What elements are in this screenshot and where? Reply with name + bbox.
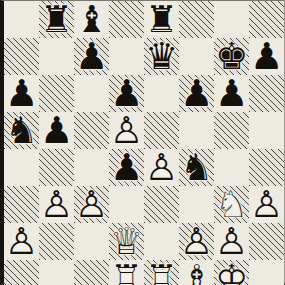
square-b2[interactable] [39, 223, 74, 260]
black-queen-icon: ♛ [145, 38, 178, 75]
square-h4[interactable] [249, 149, 284, 186]
square-g1[interactable]: ♚♔ [214, 260, 249, 285]
square-e3[interactable] [144, 186, 179, 223]
square-d1[interactable]: ♜♖ [109, 260, 144, 285]
square-b1[interactable] [39, 260, 74, 285]
black-pawn-icon: ♟ [250, 38, 283, 75]
square-a7[interactable] [4, 38, 39, 75]
square-e4[interactable]: ♟♙ [144, 149, 179, 186]
square-d2[interactable]: ♛♕ [109, 223, 144, 260]
square-f8[interactable] [179, 1, 214, 38]
black-rook-icon: ♜ [40, 1, 73, 38]
square-f7[interactable] [179, 38, 214, 75]
square-a1[interactable] [4, 260, 39, 285]
white-pawn-icon: ♟♙ [5, 223, 38, 260]
square-f4[interactable]: ♞ [179, 149, 214, 186]
square-c3[interactable]: ♟♙ [74, 186, 109, 223]
square-c7[interactable]: ♟ [74, 38, 109, 75]
square-h3[interactable]: ♟♙ [249, 186, 284, 223]
square-h5[interactable] [249, 112, 284, 149]
square-g7[interactable]: ♚ [214, 38, 249, 75]
square-f6[interactable]: ♟ [179, 75, 214, 112]
white-queen-icon: ♛♕ [110, 223, 143, 260]
white-pawn-icon: ♟♙ [145, 149, 178, 186]
black-king-icon: ♚ [215, 38, 248, 75]
square-c8[interactable]: ♝ [74, 1, 109, 38]
black-pawn-icon: ♟ [75, 38, 108, 75]
square-b8[interactable]: ♜ [39, 1, 74, 38]
white-pawn-icon: ♟♙ [40, 186, 73, 223]
square-b3[interactable]: ♟♙ [39, 186, 74, 223]
square-e1[interactable]: ♜♖ [144, 260, 179, 285]
chess-board: ♜♝♜♟♛♚♟♟♟♟♟♞♟♟♙♟♟♙♞♟♙♟♙♞♘♟♙♟♙♛♕♟♙♟♙♜♖♜♖♝… [0, 0, 285, 285]
square-c1[interactable] [74, 260, 109, 285]
black-pawn-icon: ♟ [40, 112, 73, 149]
square-a3[interactable] [4, 186, 39, 223]
square-g8[interactable] [214, 1, 249, 38]
square-b6[interactable] [39, 75, 74, 112]
square-g5[interactable] [214, 112, 249, 149]
square-d3[interactable] [109, 186, 144, 223]
square-d5[interactable]: ♟♙ [109, 112, 144, 149]
white-bishop-icon: ♝♗ [180, 260, 213, 285]
black-rook-icon: ♜ [145, 1, 178, 38]
white-pawn-icon: ♟♙ [250, 186, 283, 223]
square-b7[interactable] [39, 38, 74, 75]
square-f5[interactable] [179, 112, 214, 149]
square-c2[interactable] [74, 223, 109, 260]
black-knight-icon: ♞ [5, 112, 38, 149]
square-a6[interactable]: ♟ [4, 75, 39, 112]
square-a2[interactable]: ♟♙ [4, 223, 39, 260]
black-knight-icon: ♞ [180, 149, 213, 186]
white-knight-icon: ♞♘ [215, 186, 248, 223]
square-g4[interactable] [214, 149, 249, 186]
square-e2[interactable] [144, 223, 179, 260]
black-pawn-icon: ♟ [5, 75, 38, 112]
square-a8[interactable] [4, 1, 39, 38]
white-pawn-icon: ♟♙ [215, 223, 248, 260]
square-e7[interactable]: ♛ [144, 38, 179, 75]
black-pawn-icon: ♟ [215, 75, 248, 112]
square-c5[interactable] [74, 112, 109, 149]
white-king-icon: ♚♔ [215, 260, 248, 285]
square-g6[interactable]: ♟ [214, 75, 249, 112]
square-d6[interactable]: ♟ [109, 75, 144, 112]
square-g3[interactable]: ♞♘ [214, 186, 249, 223]
square-b5[interactable]: ♟ [39, 112, 74, 149]
square-h8[interactable] [249, 1, 284, 38]
square-f2[interactable]: ♟♙ [179, 223, 214, 260]
square-e5[interactable] [144, 112, 179, 149]
white-rook-icon: ♜♖ [110, 260, 143, 285]
square-d7[interactable] [109, 38, 144, 75]
white-pawn-icon: ♟♙ [75, 186, 108, 223]
square-f1[interactable]: ♝♗ [179, 260, 214, 285]
square-c4[interactable] [74, 149, 109, 186]
square-e6[interactable] [144, 75, 179, 112]
square-c6[interactable] [74, 75, 109, 112]
white-rook-icon: ♜♖ [145, 260, 178, 285]
square-f3[interactable] [179, 186, 214, 223]
black-pawn-icon: ♟ [110, 75, 143, 112]
square-h1[interactable] [249, 260, 284, 285]
square-h6[interactable] [249, 75, 284, 112]
square-g2[interactable]: ♟♙ [214, 223, 249, 260]
square-h2[interactable] [249, 223, 284, 260]
black-pawn-icon: ♟ [110, 149, 143, 186]
white-pawn-icon: ♟♙ [180, 223, 213, 260]
square-e8[interactable]: ♜ [144, 1, 179, 38]
black-pawn-icon: ♟ [180, 75, 213, 112]
square-h7[interactable]: ♟ [249, 38, 284, 75]
white-pawn-icon: ♟♙ [110, 112, 143, 149]
square-a5[interactable]: ♞ [4, 112, 39, 149]
square-d8[interactable] [109, 1, 144, 38]
square-d4[interactable]: ♟ [109, 149, 144, 186]
square-b4[interactable] [39, 149, 74, 186]
black-bishop-icon: ♝ [75, 1, 108, 38]
square-a4[interactable] [4, 149, 39, 186]
